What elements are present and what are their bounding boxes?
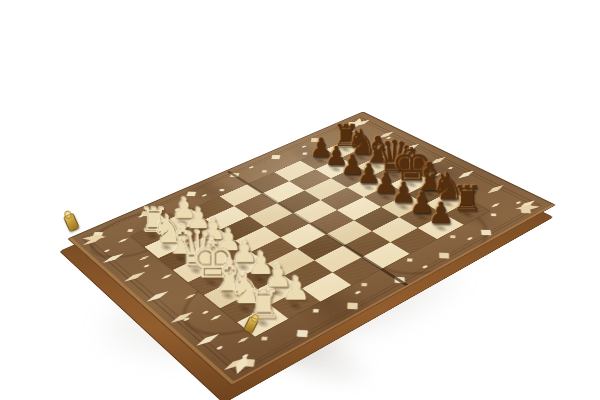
product-photo-stage: ♜♞♝♛♚♝♞♜♟♟♟♟♟♟♟♟♟♟♟♟♟♟♟♟♜♞♝♛♚♝♞♜: [0, 0, 600, 400]
piece-black-pawn[interactable]: ♟: [428, 199, 455, 229]
piece-shadow: [373, 191, 398, 204]
chess-board: ♜♞♝♛♚♝♞♜♟♟♟♟♟♟♟♟♟♟♟♟♟♟♟♟♜♞♝♛♚♝♞♜: [67, 111, 556, 385]
piece-white-pawn[interactable]: ♟: [282, 273, 311, 305]
scene-3d: ♜♞♝♛♚♝♞♜♟♟♟♟♟♟♟♟♟♟♟♟♟♟♟♟♜♞♝♛♚♝♞♜: [0, 0, 600, 400]
piece-black-rook[interactable]: ♜: [452, 181, 483, 215]
